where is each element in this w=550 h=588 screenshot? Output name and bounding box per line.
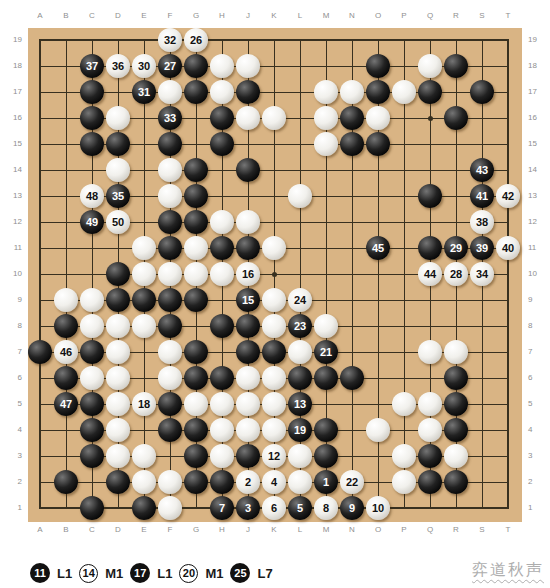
stone-O1: 10 [366,496,390,520]
stone-L13 [288,184,312,208]
stone-H2 [210,470,234,494]
row-label-left-3: 3 [6,452,22,460]
stone-L2 [288,470,312,494]
stone-B5: 47 [54,392,78,416]
stone-Q11 [418,236,442,260]
stone-J10: 16 [236,262,260,286]
row-label-left-4: 4 [6,426,22,434]
stone-P5 [392,392,416,416]
stone-G5 [184,392,208,416]
stone-R11: 29 [444,236,468,260]
stone-G14 [184,158,208,182]
row-label-left-17: 17 [6,88,22,96]
row-label-left-11: 11 [6,244,22,252]
row-label-right-16: 16 [528,114,537,122]
col-label-bottom-B: B [63,526,68,534]
row-label-right-11: 11 [528,244,536,252]
stone-C7 [80,340,104,364]
stone-Q5 [418,392,442,416]
stone-P17 [392,80,416,104]
stone-D8 [106,314,130,338]
col-label-top-S: S [479,12,484,20]
stone-F5 [158,392,182,416]
stone-F2 [158,470,182,494]
stone-J5 [236,392,260,416]
stone-D7 [106,340,130,364]
stone-C3 [80,444,104,468]
row-label-left-7: 7 [6,348,22,356]
row-label-right-2: 2 [528,478,532,486]
stone-E9 [132,288,156,312]
col-label-top-F: F [168,12,173,20]
stone-J11 [236,236,260,260]
caption-move-17-coord: L1 [157,566,172,581]
stone-J14 [236,158,260,182]
stone-N1: 9 [340,496,364,520]
col-label-bottom-O: O [375,526,381,534]
stone-L9: 24 [288,288,312,312]
stone-R2 [444,470,468,494]
stone-D16 [106,106,130,130]
stone-F13 [158,184,182,208]
stone-F7 [158,340,182,364]
stone-G19: 26 [184,28,208,52]
stone-F12 [158,210,182,234]
row-label-left-2: 2 [6,478,22,486]
col-label-top-E: E [141,12,146,20]
stone-H10 [210,262,234,286]
stone-C12: 49 [80,210,104,234]
stone-Q2 [418,470,442,494]
stone-L6 [288,366,312,390]
stone-E3 [132,444,156,468]
stone-O4 [366,418,390,442]
stone-R5 [444,392,468,416]
star-point-K10 [272,272,277,277]
stone-E11 [132,236,156,260]
col-label-bottom-R: R [453,526,459,534]
col-label-top-T: T [506,12,511,20]
row-label-right-18: 18 [528,62,537,70]
stone-D4 [106,418,130,442]
stone-Q18 [418,54,442,78]
stone-B9 [54,288,78,312]
stone-M16 [314,106,338,130]
caption-move-17-disc: 17 [130,563,150,583]
stone-C18: 37 [80,54,104,78]
stone-F19: 32 [158,28,182,52]
row-label-right-9: 9 [528,296,532,304]
stone-G13 [184,184,208,208]
stone-F15 [158,132,182,156]
stone-S12: 38 [470,210,494,234]
row-label-left-10: 10 [6,270,22,278]
stone-H3 [210,444,234,468]
col-label-bottom-C: C [89,526,95,534]
caption-move-25-disc: 25 [230,563,250,583]
stone-J3 [236,444,260,468]
stone-J2: 2 [236,470,260,494]
col-label-bottom-E: E [141,526,146,534]
stone-H12 [210,210,234,234]
stone-D6 [106,366,130,390]
col-label-top-O: O [375,12,381,20]
col-label-bottom-K: K [271,526,276,534]
col-label-top-B: B [63,12,68,20]
stone-F9 [158,288,182,312]
stone-H17 [210,80,234,104]
stone-F14 [158,158,182,182]
caption-move-11-coord: L1 [57,566,72,581]
stone-C9 [80,288,104,312]
stone-O15 [366,132,390,156]
stone-D3 [106,444,130,468]
stone-G12 [184,210,208,234]
stone-Q7 [418,340,442,364]
stone-S14: 43 [470,158,494,182]
stone-K16 [262,106,286,130]
row-label-left-13: 13 [6,192,22,200]
stone-R18 [444,54,468,78]
stone-K4 [262,418,286,442]
stone-H1: 7 [210,496,234,520]
col-label-top-A: A [37,12,42,20]
caption-move-20-disc: 20 [179,564,198,583]
row-label-right-14: 14 [528,166,537,174]
stone-E8 [132,314,156,338]
stone-J7 [236,340,260,364]
row-label-left-15: 15 [6,140,22,148]
stone-H11 [210,236,234,260]
col-label-top-N: N [349,12,355,20]
col-label-bottom-M: M [323,526,330,534]
stone-T11: 40 [496,236,520,260]
stone-O18 [366,54,390,78]
stone-J16 [236,106,260,130]
row-label-left-16: 16 [6,114,22,122]
row-label-right-7: 7 [528,348,532,356]
col-label-bottom-N: N [349,526,355,534]
stone-H4 [210,418,234,442]
stone-N16 [340,106,364,130]
stone-J18 [236,54,260,78]
row-label-right-12: 12 [528,218,537,226]
col-label-top-H: H [219,12,225,20]
col-label-bottom-P: P [401,526,406,534]
stone-M3 [314,444,338,468]
go-board: 3226373630273133434835414249503845293940… [28,28,522,522]
stone-Q4 [418,418,442,442]
stone-L1: 5 [288,496,312,520]
stone-C16 [80,106,104,130]
stone-O16 [366,106,390,130]
stone-R6 [444,366,468,390]
stone-F8 [158,314,182,338]
stone-K7 [262,340,286,364]
stone-M15 [314,132,338,156]
stone-K5 [262,392,286,416]
stone-J8 [236,314,260,338]
stone-O11: 45 [366,236,390,260]
stone-M7: 21 [314,340,338,364]
stone-F6 [158,366,182,390]
row-label-left-18: 18 [6,62,22,70]
stone-K6 [262,366,286,390]
stone-N17 [340,80,364,104]
stone-D10 [106,262,130,286]
stone-R16 [444,106,468,130]
stone-S11: 39 [470,236,494,260]
col-label-bottom-A: A [37,526,42,534]
stone-C6 [80,366,104,390]
row-label-left-6: 6 [6,374,22,382]
stone-C15 [80,132,104,156]
stone-G17 [184,80,208,104]
stone-F18: 27 [158,54,182,78]
stone-D2 [106,470,130,494]
col-label-top-J: J [246,12,250,20]
stone-S17 [470,80,494,104]
row-label-right-13: 13 [528,192,537,200]
stone-E2 [132,470,156,494]
logo-text: 弈道秋声 [472,560,544,581]
stone-R7 [444,340,468,364]
star-point-Q16 [428,116,433,121]
stone-D5 [106,392,130,416]
row-label-right-8: 8 [528,322,532,330]
row-label-left-5: 5 [6,400,22,408]
stone-H8 [210,314,234,338]
stone-F1 [158,496,182,520]
stone-N6 [340,366,364,390]
stone-E10 [132,262,156,286]
stone-Q10: 44 [418,262,442,286]
stone-H18 [210,54,234,78]
stone-L4: 19 [288,418,312,442]
stone-N15 [340,132,364,156]
row-label-right-4: 4 [528,426,532,434]
stone-D9 [106,288,130,312]
stone-H6 [210,366,234,390]
caption-move-11-disc: 11 [30,563,50,583]
stone-R3 [444,444,468,468]
caption-move-14-disc: 14 [79,564,98,583]
stone-H5 [210,392,234,416]
stone-C8 [80,314,104,338]
stone-R4 [444,418,468,442]
stone-J12 [236,210,260,234]
stone-N2: 22 [340,470,364,494]
stone-F11 [158,236,182,260]
stone-G9 [184,288,208,312]
stone-G4 [184,418,208,442]
stone-A7 [28,340,52,364]
row-label-right-6: 6 [528,374,532,382]
stone-C13: 48 [80,184,104,208]
stone-P3 [392,444,416,468]
stone-P2 [392,470,416,494]
row-label-left-8: 8 [6,322,22,330]
stone-B2 [54,470,78,494]
stone-L5: 13 [288,392,312,416]
stone-M1: 8 [314,496,338,520]
col-label-bottom-F: F [168,526,173,534]
stone-B7: 46 [54,340,78,364]
stone-D14 [106,158,130,182]
stone-J1: 3 [236,496,260,520]
stone-C5 [80,392,104,416]
stone-L7 [288,340,312,364]
col-label-top-M: M [323,12,330,20]
col-label-top-Q: Q [427,12,433,20]
stone-K11 [262,236,286,260]
stone-J17 [236,80,260,104]
stone-K8 [262,314,286,338]
col-label-bottom-T: T [506,526,511,534]
col-label-top-P: P [401,12,406,20]
stone-E5: 18 [132,392,156,416]
col-label-bottom-J: J [246,526,250,534]
stone-D18: 36 [106,54,130,78]
stone-F4 [158,418,182,442]
col-label-bottom-S: S [479,526,484,534]
stone-M8 [314,314,338,338]
row-label-right-5: 5 [528,400,532,408]
stone-M2: 1 [314,470,338,494]
stone-G11 [184,236,208,260]
move-caption: 11L114M117L120M125L7 [30,561,273,585]
row-label-left-1: 1 [6,504,22,512]
stone-Q13 [418,184,442,208]
stone-F17 [158,80,182,104]
stone-L3 [288,444,312,468]
row-label-right-1: 1 [528,504,532,512]
stone-H16 [210,106,234,130]
stone-C4 [80,418,104,442]
stone-G3 [184,444,208,468]
stone-M4 [314,418,338,442]
stone-M6 [314,366,338,390]
row-label-left-9: 9 [6,296,22,304]
stone-D15 [106,132,130,156]
caption-move-14-coord: M1 [105,566,123,581]
stone-D12: 50 [106,210,130,234]
stone-H15 [210,132,234,156]
col-label-top-D: D [115,12,121,20]
col-label-top-L: L [298,12,302,20]
stone-S10: 34 [470,262,494,286]
row-label-right-15: 15 [528,140,537,148]
stone-K3: 12 [262,444,286,468]
stone-E18: 30 [132,54,156,78]
stone-L8: 23 [288,314,312,338]
stone-K9 [262,288,286,312]
col-label-bottom-G: G [193,526,199,534]
stone-Q3 [418,444,442,468]
stone-E1 [132,496,156,520]
stone-G2 [184,470,208,494]
stone-B6 [54,366,78,390]
stone-J4 [236,418,260,442]
stone-M17 [314,80,338,104]
row-label-left-14: 14 [6,166,22,174]
stone-O17 [366,80,390,104]
stone-J6 [236,366,260,390]
col-label-bottom-L: L [298,526,302,534]
row-label-right-19: 19 [528,36,537,44]
stone-B8 [54,314,78,338]
col-label-top-R: R [453,12,459,20]
col-label-top-C: C [89,12,95,20]
row-label-right-3: 3 [528,452,532,460]
col-label-top-K: K [271,12,276,20]
stone-C17 [80,80,104,104]
stone-E17: 31 [132,80,156,104]
row-label-left-12: 12 [6,218,22,226]
caption-move-20-coord: M1 [205,566,223,581]
col-label-top-G: G [193,12,199,20]
stone-T13: 42 [496,184,520,208]
row-label-right-17: 17 [528,88,537,96]
stone-D13: 35 [106,184,130,208]
row-label-left-19: 19 [6,36,22,44]
stone-K1: 6 [262,496,286,520]
stone-G10 [184,262,208,286]
col-label-bottom-D: D [115,526,121,534]
stone-S13: 41 [470,184,494,208]
stone-G6 [184,366,208,390]
stone-C1 [80,496,104,520]
stone-Q17 [418,80,442,104]
stone-G7 [184,340,208,364]
stone-J9: 15 [236,288,260,312]
col-label-bottom-H: H [219,526,225,534]
stone-G18 [184,54,208,78]
stone-F10 [158,262,182,286]
stone-K2: 4 [262,470,286,494]
col-label-bottom-Q: Q [427,526,433,534]
stone-R10: 28 [444,262,468,286]
stone-F16: 33 [158,106,182,130]
row-label-right-10: 10 [528,270,537,278]
caption-move-25-coord: L7 [257,566,272,581]
